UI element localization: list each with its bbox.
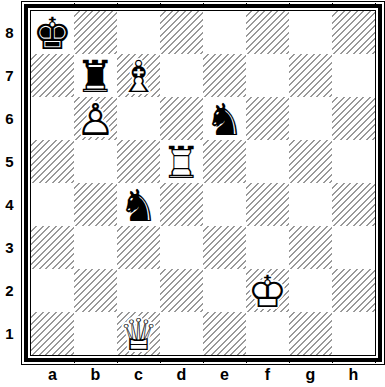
square-g8 bbox=[289, 11, 332, 54]
file-label-g: g bbox=[289, 366, 332, 384]
rank-label-5: 5 bbox=[0, 140, 19, 183]
square-h3 bbox=[332, 226, 375, 269]
square-a7 bbox=[31, 54, 74, 97]
square-g4 bbox=[289, 183, 332, 226]
frame-ticks-top bbox=[32, 3, 376, 5]
square-d7 bbox=[160, 54, 203, 97]
square-b1 bbox=[74, 312, 117, 355]
file-label-c: c bbox=[117, 366, 160, 384]
black-knight-icon: ♞ bbox=[203, 97, 246, 140]
piece-black-rook: ♜ bbox=[74, 54, 117, 97]
white-pawn-icon: ♙ bbox=[74, 97, 117, 140]
board-inner-border: ♚♜♝♗♟♙♞♜♖♞♚♔♛♕ bbox=[30, 10, 376, 356]
square-e2 bbox=[203, 269, 246, 312]
rank-label-4: 4 bbox=[0, 183, 19, 226]
square-d2 bbox=[160, 269, 203, 312]
square-c3 bbox=[117, 226, 160, 269]
square-c8 bbox=[117, 11, 160, 54]
chess-board: ♚♜♝♗♟♙♞♜♖♞♚♔♛♕ bbox=[31, 11, 375, 355]
square-a6 bbox=[31, 97, 74, 140]
square-c6 bbox=[117, 97, 160, 140]
square-c7: ♝♗ bbox=[117, 54, 160, 97]
square-b5 bbox=[74, 140, 117, 183]
piece-black-knight: ♞ bbox=[117, 183, 160, 226]
file-label-d: d bbox=[160, 366, 203, 384]
square-h4 bbox=[332, 183, 375, 226]
square-e5 bbox=[203, 140, 246, 183]
white-bishop-icon: ♗ bbox=[117, 54, 160, 97]
piece-black-knight: ♞ bbox=[203, 97, 246, 140]
square-f8 bbox=[246, 11, 289, 54]
square-e8 bbox=[203, 11, 246, 54]
board-frame: ♚♜♝♗♟♙♞♜♖♞♚♔♛♕ bbox=[21, 1, 385, 365]
square-c5 bbox=[117, 140, 160, 183]
square-b8 bbox=[74, 11, 117, 54]
piece-white-rook: ♜♖ bbox=[160, 140, 203, 183]
piece-white-queen: ♛♕ bbox=[117, 312, 160, 355]
rank-label-1: 1 bbox=[0, 312, 19, 355]
square-e7 bbox=[203, 54, 246, 97]
square-e1 bbox=[203, 312, 246, 355]
square-a3 bbox=[31, 226, 74, 269]
square-g3 bbox=[289, 226, 332, 269]
board-border: ♚♜♝♗♟♙♞♜♖♞♚♔♛♕ bbox=[24, 4, 382, 362]
square-d8 bbox=[160, 11, 203, 54]
square-e4 bbox=[203, 183, 246, 226]
piece-white-king: ♚♔ bbox=[246, 269, 289, 312]
square-g7 bbox=[289, 54, 332, 97]
square-d3 bbox=[160, 226, 203, 269]
white-king-icon: ♔ bbox=[246, 269, 289, 312]
piece-white-pawn: ♟♙ bbox=[74, 97, 117, 140]
black-rook-icon: ♜ bbox=[74, 54, 117, 97]
square-b2 bbox=[74, 269, 117, 312]
piece-black-king: ♚ bbox=[31, 11, 74, 54]
frame-ticks-bottom bbox=[32, 361, 376, 363]
rank-labels: 87654321 bbox=[0, 11, 19, 355]
square-b3 bbox=[74, 226, 117, 269]
file-label-f: f bbox=[246, 366, 289, 384]
square-b6: ♟♙ bbox=[74, 97, 117, 140]
square-e6: ♞ bbox=[203, 97, 246, 140]
square-f5 bbox=[246, 140, 289, 183]
square-a4 bbox=[31, 183, 74, 226]
file-label-e: e bbox=[203, 366, 246, 384]
rank-label-3: 3 bbox=[0, 226, 19, 269]
rank-label-6: 6 bbox=[0, 97, 19, 140]
square-g5 bbox=[289, 140, 332, 183]
square-b4 bbox=[74, 183, 117, 226]
file-label-b: b bbox=[74, 366, 117, 384]
square-c1: ♛♕ bbox=[117, 312, 160, 355]
white-queen-icon: ♕ bbox=[117, 312, 160, 355]
square-h7 bbox=[332, 54, 375, 97]
square-h8 bbox=[332, 11, 375, 54]
square-c4: ♞ bbox=[117, 183, 160, 226]
square-a8: ♚ bbox=[31, 11, 74, 54]
square-f7 bbox=[246, 54, 289, 97]
square-d5: ♜♖ bbox=[160, 140, 203, 183]
black-knight-icon: ♞ bbox=[117, 183, 160, 226]
square-h2 bbox=[332, 269, 375, 312]
square-c2 bbox=[117, 269, 160, 312]
square-a2 bbox=[31, 269, 74, 312]
square-f4 bbox=[246, 183, 289, 226]
square-g1 bbox=[289, 312, 332, 355]
piece-white-bishop: ♝♗ bbox=[117, 54, 160, 97]
white-rook-icon: ♖ bbox=[160, 140, 203, 183]
file-label-a: a bbox=[31, 366, 74, 384]
square-d4 bbox=[160, 183, 203, 226]
square-d1 bbox=[160, 312, 203, 355]
square-h5 bbox=[332, 140, 375, 183]
square-g6 bbox=[289, 97, 332, 140]
square-a5 bbox=[31, 140, 74, 183]
square-f6 bbox=[246, 97, 289, 140]
rank-label-7: 7 bbox=[0, 54, 19, 97]
chess-diagram: 87654321 ♚♜♝♗♟♙♞♜♖♞♚♔♛♕ abcdefgh bbox=[0, 0, 385, 387]
square-f1 bbox=[246, 312, 289, 355]
black-king-icon: ♚ bbox=[31, 11, 74, 54]
square-f2: ♚♔ bbox=[246, 269, 289, 312]
rank-label-2: 2 bbox=[0, 269, 19, 312]
square-a1 bbox=[31, 312, 74, 355]
square-g2 bbox=[289, 269, 332, 312]
square-d6 bbox=[160, 97, 203, 140]
file-label-h: h bbox=[332, 366, 375, 384]
file-labels: abcdefgh bbox=[31, 366, 375, 384]
square-h6 bbox=[332, 97, 375, 140]
square-e3 bbox=[203, 226, 246, 269]
square-b7: ♜ bbox=[74, 54, 117, 97]
square-h1 bbox=[332, 312, 375, 355]
rank-label-8: 8 bbox=[0, 11, 19, 54]
square-f3 bbox=[246, 226, 289, 269]
